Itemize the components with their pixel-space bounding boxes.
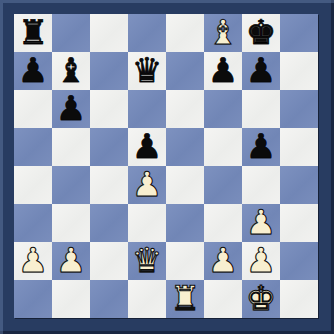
square-h6[interactable] (280, 90, 318, 128)
black-king-piece[interactable]: ♚ (246, 13, 276, 51)
square-e7[interactable] (166, 52, 204, 90)
square-h4[interactable] (280, 166, 318, 204)
square-f1[interactable] (204, 280, 242, 318)
square-a7[interactable]: ♟ (14, 52, 52, 90)
square-c4[interactable] (90, 166, 128, 204)
white-queen-piece[interactable]: ♛ (132, 241, 162, 279)
square-g5[interactable]: ♟ (242, 128, 280, 166)
square-h1[interactable] (280, 280, 318, 318)
square-h8[interactable] (280, 14, 318, 52)
square-f2[interactable]: ♟ (204, 242, 242, 280)
black-pawn-piece[interactable]: ♟ (132, 127, 162, 165)
white-pawn-piece[interactable]: ♟ (246, 203, 276, 241)
black-pawn-piece[interactable]: ♟ (246, 127, 276, 165)
square-b4[interactable] (52, 166, 90, 204)
square-e6[interactable] (166, 90, 204, 128)
white-bishop-piece[interactable]: ♝ (208, 13, 238, 51)
square-e8[interactable] (166, 14, 204, 52)
square-f4[interactable] (204, 166, 242, 204)
square-f5[interactable] (204, 128, 242, 166)
square-d6[interactable] (128, 90, 166, 128)
square-d2[interactable]: ♛ (128, 242, 166, 280)
white-pawn-piece[interactable]: ♟ (18, 241, 48, 279)
square-g6[interactable] (242, 90, 280, 128)
square-f8[interactable]: ♝ (204, 14, 242, 52)
square-f7[interactable]: ♟ (204, 52, 242, 90)
square-a4[interactable] (14, 166, 52, 204)
black-bishop-piece[interactable]: ♝ (56, 51, 86, 89)
square-h5[interactable] (280, 128, 318, 166)
chess-board: ♜♝♚♟♝♛♟♟♟♟♟♟♟♟♟♛♟♟♜♚ (14, 14, 318, 318)
square-e4[interactable] (166, 166, 204, 204)
square-f3[interactable] (204, 204, 242, 242)
square-d5[interactable]: ♟ (128, 128, 166, 166)
black-queen-piece[interactable]: ♛ (132, 51, 162, 89)
board-frame: ♜♝♚♟♝♛♟♟♟♟♟♟♟♟♟♛♟♟♜♚ (0, 0, 334, 334)
square-c8[interactable] (90, 14, 128, 52)
black-pawn-piece[interactable]: ♟ (56, 89, 86, 127)
white-king-piece[interactable]: ♚ (246, 279, 276, 317)
black-pawn-piece[interactable]: ♟ (208, 51, 238, 89)
square-b5[interactable] (52, 128, 90, 166)
square-a2[interactable]: ♟ (14, 242, 52, 280)
square-a8[interactable]: ♜ (14, 14, 52, 52)
white-pawn-piece[interactable]: ♟ (132, 165, 162, 203)
square-c3[interactable] (90, 204, 128, 242)
square-g3[interactable]: ♟ (242, 204, 280, 242)
square-c1[interactable] (90, 280, 128, 318)
square-e5[interactable] (166, 128, 204, 166)
square-a6[interactable] (14, 90, 52, 128)
square-c7[interactable] (90, 52, 128, 90)
square-a1[interactable] (14, 280, 52, 318)
square-g2[interactable]: ♟ (242, 242, 280, 280)
square-b6[interactable]: ♟ (52, 90, 90, 128)
white-pawn-piece[interactable]: ♟ (208, 241, 238, 279)
square-g7[interactable]: ♟ (242, 52, 280, 90)
square-d7[interactable]: ♛ (128, 52, 166, 90)
square-g1[interactable]: ♚ (242, 280, 280, 318)
square-f6[interactable] (204, 90, 242, 128)
square-b3[interactable] (52, 204, 90, 242)
square-c6[interactable] (90, 90, 128, 128)
square-c2[interactable] (90, 242, 128, 280)
square-d1[interactable] (128, 280, 166, 318)
square-d3[interactable] (128, 204, 166, 242)
square-b8[interactable] (52, 14, 90, 52)
square-a5[interactable] (14, 128, 52, 166)
square-g4[interactable] (242, 166, 280, 204)
square-e2[interactable] (166, 242, 204, 280)
square-e1[interactable]: ♜ (166, 280, 204, 318)
square-h7[interactable] (280, 52, 318, 90)
square-b2[interactable]: ♟ (52, 242, 90, 280)
square-a3[interactable] (14, 204, 52, 242)
white-rook-piece[interactable]: ♜ (170, 279, 200, 317)
black-pawn-piece[interactable]: ♟ (18, 51, 48, 89)
square-d8[interactable] (128, 14, 166, 52)
square-h3[interactable] (280, 204, 318, 242)
square-b7[interactable]: ♝ (52, 52, 90, 90)
square-e3[interactable] (166, 204, 204, 242)
square-c5[interactable] (90, 128, 128, 166)
square-d4[interactable]: ♟ (128, 166, 166, 204)
square-h2[interactable] (280, 242, 318, 280)
square-g8[interactable]: ♚ (242, 14, 280, 52)
square-b1[interactable] (52, 280, 90, 318)
black-rook-piece[interactable]: ♜ (18, 13, 48, 51)
white-pawn-piece[interactable]: ♟ (246, 241, 276, 279)
white-pawn-piece[interactable]: ♟ (56, 241, 86, 279)
black-pawn-piece[interactable]: ♟ (246, 51, 276, 89)
